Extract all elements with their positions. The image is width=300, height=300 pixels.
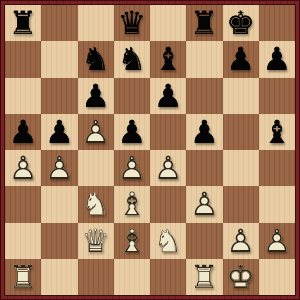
- square-e7[interactable]: ♝♝: [150, 41, 186, 77]
- square-f7[interactable]: [186, 41, 222, 77]
- piece-glyph-outline: ♟: [78, 78, 114, 114]
- white-pawn-piece[interactable]: ♟♙: [41, 150, 77, 186]
- white-bishop-piece[interactable]: ♝♗: [114, 186, 150, 222]
- square-c6[interactable]: ♟♟: [78, 78, 114, 114]
- white-pawn-piece[interactable]: ♟♙: [223, 223, 259, 259]
- white-pawn-piece[interactable]: ♟♙: [5, 150, 41, 186]
- piece-glyph-outline: ♞: [78, 41, 114, 77]
- square-e2[interactable]: ♞♘: [150, 223, 186, 259]
- square-f1[interactable]: ♜♖: [186, 259, 222, 295]
- square-c3[interactable]: ♞♘: [78, 186, 114, 222]
- square-b4[interactable]: ♟♙: [41, 150, 77, 186]
- piece-glyph-outline: ♛: [114, 5, 150, 41]
- piece-glyph-outline: ♖: [186, 259, 222, 295]
- square-b3[interactable]: [41, 186, 77, 222]
- piece-glyph-outline: ♟: [150, 78, 186, 114]
- square-h6[interactable]: [259, 78, 295, 114]
- square-b8[interactable]: [41, 5, 77, 41]
- white-rook-piece[interactable]: ♜♖: [5, 259, 41, 295]
- piece-glyph-outline: ♟: [259, 41, 295, 77]
- piece-glyph-outline: ♙: [5, 150, 41, 186]
- piece-glyph-outline: ♘: [150, 223, 186, 259]
- square-e6[interactable]: ♟♟: [150, 78, 186, 114]
- square-h8[interactable]: [259, 5, 295, 41]
- white-pawn-piece[interactable]: ♟♙: [186, 186, 222, 222]
- piece-glyph-outline: ♕: [78, 223, 114, 259]
- black-bishop-piece[interactable]: ♝♝: [150, 41, 186, 77]
- square-e3[interactable]: [150, 186, 186, 222]
- square-h3[interactable]: [259, 186, 295, 222]
- black-rook-piece[interactable]: ♜♜: [186, 5, 222, 41]
- black-queen-piece[interactable]: ♛♛: [114, 5, 150, 41]
- piece-glyph-outline: ♟: [223, 41, 259, 77]
- piece-glyph-outline: ♟: [186, 114, 222, 150]
- square-d8[interactable]: ♛♛: [114, 5, 150, 41]
- black-knight-piece[interactable]: ♞♞: [114, 41, 150, 77]
- square-f8[interactable]: ♜♜: [186, 5, 222, 41]
- square-b6[interactable]: [41, 78, 77, 114]
- square-g6[interactable]: [223, 78, 259, 114]
- black-knight-piece[interactable]: ♞♞: [78, 41, 114, 77]
- square-b5[interactable]: ♟♟: [41, 114, 77, 150]
- square-d3[interactable]: ♝♗: [114, 186, 150, 222]
- piece-glyph-outline: ♙: [150, 150, 186, 186]
- piece-glyph-outline: ♝: [150, 41, 186, 77]
- square-h2[interactable]: ♟♙: [259, 223, 295, 259]
- piece-glyph-outline: ♘: [78, 186, 114, 222]
- black-pawn-piece[interactable]: ♟♟: [78, 78, 114, 114]
- piece-glyph-outline: ♖: [5, 259, 41, 295]
- chess-board: ♜♜♛♛♜♜♚♚♞♞♞♞♝♝♟♟♟♟♟♟♟♟♟♟♟♟♟♙♟♟♟♟♝♝♟♙♟♙♟♙…: [5, 5, 295, 295]
- piece-glyph-outline: ♟: [5, 114, 41, 150]
- square-a5[interactable]: ♟♟: [5, 114, 41, 150]
- black-pawn-piece[interactable]: ♟♟: [259, 41, 295, 77]
- square-a2[interactable]: [5, 223, 41, 259]
- square-g8[interactable]: ♚♚: [223, 5, 259, 41]
- white-pawn-piece[interactable]: ♟♙: [78, 114, 114, 150]
- piece-glyph-outline: ♜: [5, 5, 41, 41]
- white-pawn-piece[interactable]: ♟♙: [150, 150, 186, 186]
- square-g4[interactable]: [223, 150, 259, 186]
- piece-glyph-outline: ♔: [223, 259, 259, 295]
- square-f2[interactable]: [186, 223, 222, 259]
- square-h4[interactable]: [259, 150, 295, 186]
- square-b7[interactable]: [41, 41, 77, 77]
- square-g2[interactable]: ♟♙: [223, 223, 259, 259]
- square-d2[interactable]: ♝♗: [114, 223, 150, 259]
- square-c7[interactable]: ♞♞: [78, 41, 114, 77]
- white-knight-piece[interactable]: ♞♘: [150, 223, 186, 259]
- square-d4[interactable]: ♟♙: [114, 150, 150, 186]
- square-a4[interactable]: ♟♙: [5, 150, 41, 186]
- square-e8[interactable]: [150, 5, 186, 41]
- square-f4[interactable]: [186, 150, 222, 186]
- white-queen-piece[interactable]: ♛♕: [78, 223, 114, 259]
- square-c2[interactable]: ♛♕: [78, 223, 114, 259]
- square-g5[interactable]: [223, 114, 259, 150]
- piece-glyph-outline: ♙: [41, 150, 77, 186]
- piece-glyph-outline: ♙: [78, 114, 114, 150]
- square-d7[interactable]: ♞♞: [114, 41, 150, 77]
- piece-glyph-outline: ♟: [41, 114, 77, 150]
- piece-glyph-outline: ♗: [114, 186, 150, 222]
- white-pawn-piece[interactable]: ♟♙: [114, 150, 150, 186]
- white-king-piece[interactable]: ♚♔: [223, 259, 259, 295]
- piece-glyph-outline: ♜: [186, 5, 222, 41]
- piece-glyph-outline: ♞: [114, 41, 150, 77]
- white-pawn-piece[interactable]: ♟♙: [259, 223, 295, 259]
- square-f3[interactable]: ♟♙: [186, 186, 222, 222]
- square-g1[interactable]: ♚♔: [223, 259, 259, 295]
- square-f6[interactable]: [186, 78, 222, 114]
- square-a7[interactable]: [5, 41, 41, 77]
- square-c4[interactable]: [78, 150, 114, 186]
- black-pawn-piece[interactable]: ♟♟: [114, 114, 150, 150]
- square-a3[interactable]: [5, 186, 41, 222]
- square-c1[interactable]: [78, 259, 114, 295]
- piece-glyph-outline: ♟: [114, 114, 150, 150]
- white-knight-piece[interactable]: ♞♘: [78, 186, 114, 222]
- black-pawn-piece[interactable]: ♟♟: [150, 78, 186, 114]
- square-h7[interactable]: ♟♟: [259, 41, 295, 77]
- black-pawn-piece[interactable]: ♟♟: [186, 114, 222, 150]
- square-c5[interactable]: ♟♙: [78, 114, 114, 150]
- square-a1[interactable]: ♜♖: [5, 259, 41, 295]
- black-bishop-piece[interactable]: ♝♝: [259, 114, 295, 150]
- square-f5[interactable]: ♟♟: [186, 114, 222, 150]
- piece-glyph-outline: ♙: [259, 223, 295, 259]
- black-pawn-piece[interactable]: ♟♟: [41, 114, 77, 150]
- white-bishop-piece[interactable]: ♝♗: [114, 223, 150, 259]
- piece-glyph-outline: ♙: [223, 223, 259, 259]
- square-b2[interactable]: [41, 223, 77, 259]
- black-rook-piece[interactable]: ♜♜: [5, 5, 41, 41]
- square-c8[interactable]: [78, 5, 114, 41]
- piece-glyph-outline: ♝: [259, 114, 295, 150]
- white-rook-piece[interactable]: ♜♖: [186, 259, 222, 295]
- square-e5[interactable]: [150, 114, 186, 150]
- piece-glyph-outline: ♙: [186, 186, 222, 222]
- square-h5[interactable]: ♝♝: [259, 114, 295, 150]
- board-frame: ♜♜♛♛♜♜♚♚♞♞♞♞♝♝♟♟♟♟♟♟♟♟♟♟♟♟♟♙♟♟♟♟♝♝♟♙♟♙♟♙…: [0, 0, 300, 300]
- black-king-piece[interactable]: ♚♚: [223, 5, 259, 41]
- square-d6[interactable]: [114, 78, 150, 114]
- square-d5[interactable]: ♟♟: [114, 114, 150, 150]
- square-g7[interactable]: ♟♟: [223, 41, 259, 77]
- black-pawn-piece[interactable]: ♟♟: [5, 114, 41, 150]
- square-a6[interactable]: [5, 78, 41, 114]
- square-d1[interactable]: [114, 259, 150, 295]
- piece-glyph-outline: ♚: [223, 5, 259, 41]
- black-pawn-piece[interactable]: ♟♟: [223, 41, 259, 77]
- square-e4[interactable]: ♟♙: [150, 150, 186, 186]
- square-h1[interactable]: [259, 259, 295, 295]
- piece-glyph-outline: ♗: [114, 223, 150, 259]
- square-e1[interactable]: [150, 259, 186, 295]
- piece-glyph-outline: ♙: [114, 150, 150, 186]
- square-a8[interactable]: ♜♜: [5, 5, 41, 41]
- square-g3[interactable]: [223, 186, 259, 222]
- square-b1[interactable]: [41, 259, 77, 295]
